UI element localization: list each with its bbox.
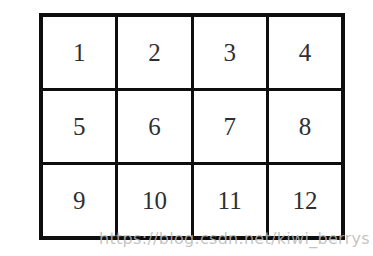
numbered-grid-board: 1 2 3 4 5 6 7 8 9 10 11 12: [39, 13, 345, 240]
cell-r1c3: 3: [194, 17, 266, 88]
cell-r3c3: 11: [194, 165, 266, 236]
cell-r1c2: 2: [118, 17, 190, 88]
cell-r2c4: 8: [269, 91, 341, 162]
cell-r3c2: 10: [118, 165, 190, 236]
page-canvas: 1 2 3 4 5 6 7 8 9 10 11 12 https://blog.…: [0, 0, 373, 256]
cell-r2c3: 7: [194, 91, 266, 162]
cell-r3c1: 9: [43, 165, 115, 236]
cell-r1c4: 4: [269, 17, 341, 88]
cell-r2c2: 6: [118, 91, 190, 162]
cell-r2c1: 5: [43, 91, 115, 162]
cell-r3c4: 12: [269, 165, 341, 236]
cell-r1c1: 1: [43, 17, 115, 88]
